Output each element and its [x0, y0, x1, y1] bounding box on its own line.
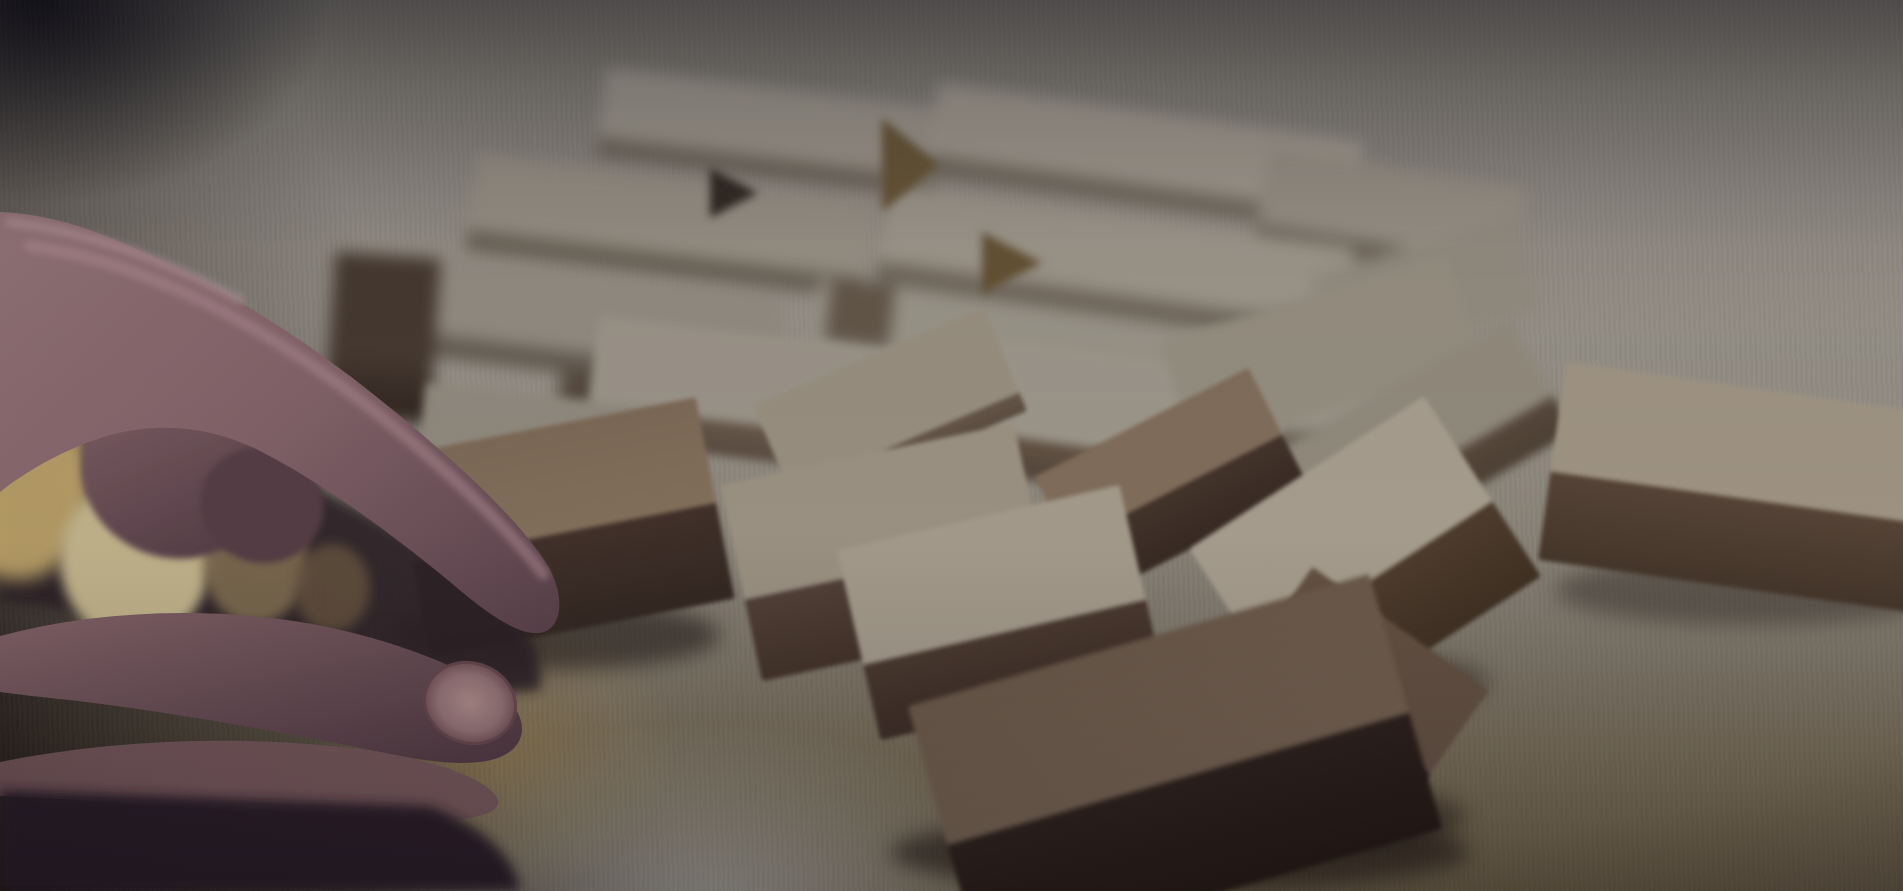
hero-photo-wooden-blocks [0, 0, 1903, 891]
finger-gap-glow [294, 544, 370, 632]
hand [0, 0, 1903, 891]
